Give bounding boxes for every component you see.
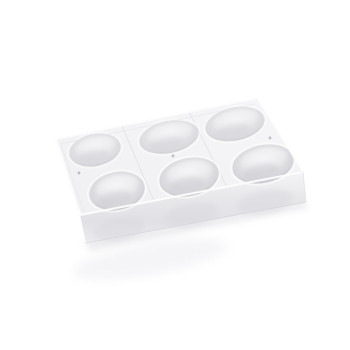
mold-pin-hole [78, 172, 81, 175]
mold-pin-hole [172, 155, 175, 158]
product-photo [0, 0, 350, 350]
chocolate-mold-svg [0, 0, 350, 350]
mold-pin-hole [269, 137, 272, 140]
